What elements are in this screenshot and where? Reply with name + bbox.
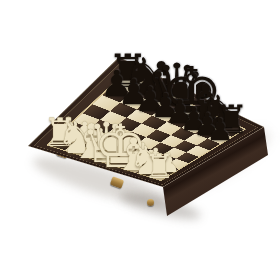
chess-set-photo: ♜♞♝♛♚♝♞♜♟♟♟♟♟♟♟♟♟♟♟♟♟♟♟♟♜♞♝♛♚♝♞♜	[0, 0, 280, 256]
brass-knob-corner	[147, 199, 154, 206]
